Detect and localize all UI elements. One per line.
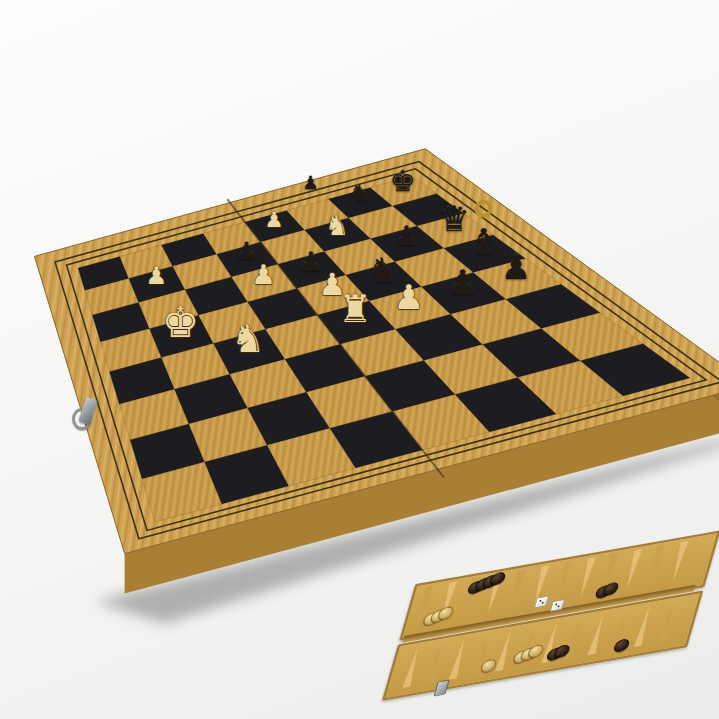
piece-white-pawn-b7[interactable]: ♟ (145, 264, 167, 288)
piece-white-pawn-f4[interactable]: ♟ (394, 280, 425, 314)
piece-black-bishop-h5[interactable]: ♝ (468, 224, 500, 260)
piece-white-knight-c4[interactable]: ♞ (231, 320, 265, 358)
latch-plate-icon (78, 397, 97, 425)
piece-white-rook-e4[interactable]: ♜ (339, 291, 373, 329)
piece-white-pawn-d6[interactable]: ♟ (251, 260, 275, 287)
chess-box-latch-clasp (72, 396, 98, 430)
piece-white-pawn-e8[interactable]: ♟ (265, 208, 284, 229)
piece-black-king-h8[interactable]: ♚ (389, 166, 415, 195)
piece-black-knight-g8[interactable]: ♞ (349, 183, 370, 207)
piece-white-king-b5[interactable]: ♚ (162, 301, 200, 343)
product-photo-scene: ♟♞♚♟♟♞♟♟♟♛♚♟♞♝♞♜♟♟♟♟ (0, 0, 719, 719)
piece-white-knight-f7[interactable]: ♞ (325, 212, 349, 239)
piece-black-pawn-g6[interactable]: ♟ (394, 221, 418, 248)
piece-black-queen-h6[interactable]: ♛ (438, 201, 470, 236)
offboard-piece-black-pawn[interactable]: ♟ (302, 174, 319, 192)
piece-black-pawn-g4[interactable]: ♟ (447, 265, 478, 299)
piece-black-pawn-h4[interactable]: ♟ (501, 250, 532, 284)
